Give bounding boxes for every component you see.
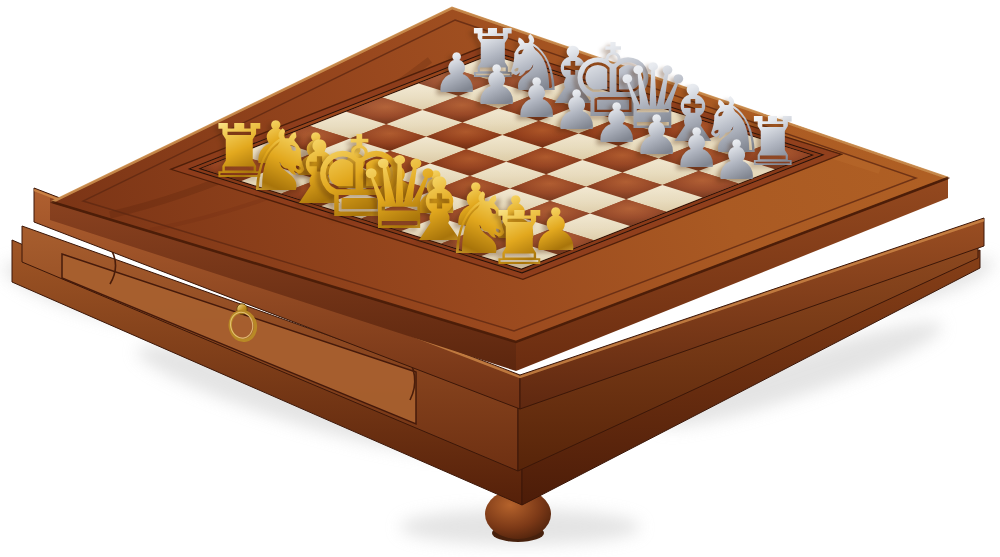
chess-set-photo: ♜♞♝♚♛♝♞♜♟♟♟♟♟♟♟♟♜♞♝♚♛♝♞♜♟♟♟♟♟♟♟♟ — [0, 0, 1000, 557]
piece-black-pawn-h7[interactable]: ♟ — [712, 133, 761, 187]
piece-white-rook-h1[interactable]: ♜ — [486, 202, 553, 276]
